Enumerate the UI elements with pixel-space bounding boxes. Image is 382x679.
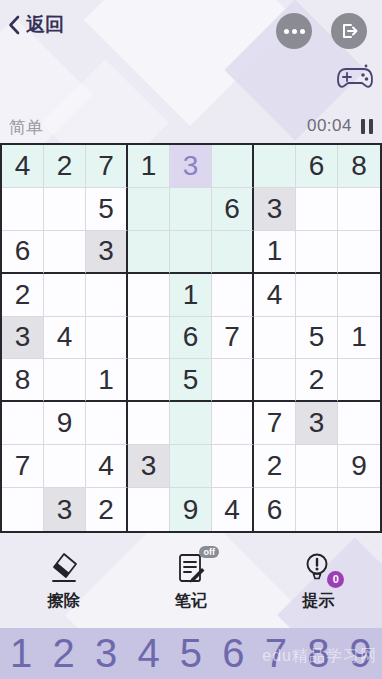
sudoku-cell-r4c1[interactable]: 2 (2, 274, 44, 317)
sudoku-cell-r5c1[interactable]: 3 (2, 317, 44, 360)
erase-button[interactable]: 擦除 (0, 533, 127, 628)
sudoku-cell-r7c6[interactable] (212, 402, 254, 445)
sudoku-cell-r2c7[interactable]: 3 (254, 188, 296, 231)
hint-button[interactable]: 0 提示 (255, 533, 382, 628)
notes-label: 笔记 (175, 591, 207, 612)
numpad-key-7[interactable]: 7 (255, 628, 297, 679)
chevron-left-icon (8, 15, 20, 35)
sudoku-cell-r3c9[interactable] (338, 231, 380, 274)
notes-button[interactable]: off 笔记 (127, 533, 254, 628)
sudoku-cell-r1c6[interactable] (212, 145, 254, 188)
sudoku-cell-r5c5[interactable]: 6 (170, 317, 212, 360)
sudoku-cell-r3c8[interactable] (296, 231, 338, 274)
sudoku-cell-r2c5[interactable] (170, 188, 212, 231)
sudoku-cell-r9c2[interactable]: 3 (44, 488, 86, 531)
back-label: 返回 (26, 12, 64, 38)
back-button[interactable]: 返回 (8, 12, 64, 38)
sudoku-cell-r2c3[interactable]: 5 (86, 188, 128, 231)
sudoku-cell-r1c7[interactable] (254, 145, 296, 188)
sudoku-cell-r2c6[interactable]: 6 (212, 188, 254, 231)
sudoku-cell-r5c3[interactable] (86, 317, 128, 360)
sudoku-cell-r5c6[interactable]: 7 (212, 317, 254, 360)
toolbar: 擦除 off 笔记 0 提示 (0, 533, 382, 628)
sudoku-cell-r1c5[interactable]: 3 (170, 145, 212, 188)
sudoku-cell-r5c8[interactable]: 5 (296, 317, 338, 360)
exit-icon (339, 21, 359, 41)
erase-label: 擦除 (48, 591, 80, 612)
sudoku-cell-r8c1[interactable]: 7 (2, 445, 44, 488)
sudoku-cell-r8c7[interactable]: 2 (254, 445, 296, 488)
sudoku-cell-r1c2[interactable]: 2 (44, 145, 86, 188)
sudoku-cell-r6c1[interactable]: 8 (2, 359, 44, 402)
sudoku-cell-r3c4[interactable] (128, 231, 170, 274)
sudoku-cell-r9c9[interactable] (338, 488, 380, 531)
gamepad-button[interactable] (336, 60, 374, 94)
sudoku-cell-r9c8[interactable] (296, 488, 338, 531)
sudoku-cell-r6c2[interactable] (44, 359, 86, 402)
sudoku-cell-r7c7[interactable]: 7 (254, 402, 296, 445)
sudoku-cell-r6c8[interactable]: 2 (296, 359, 338, 402)
sudoku-cell-r6c3[interactable]: 1 (86, 359, 128, 402)
numpad-key-1[interactable]: 1 (0, 628, 42, 679)
sudoku-cell-r7c5[interactable] (170, 402, 212, 445)
sudoku-cell-r3c7[interactable]: 1 (254, 231, 296, 274)
ellipsis-icon (284, 29, 305, 34)
number-pad: 1 2 3 4 5 6 7 8 9 (0, 628, 382, 679)
sudoku-cell-r7c8[interactable]: 3 (296, 402, 338, 445)
sudoku-cell-r2c4[interactable] (128, 188, 170, 231)
sudoku-cell-r7c4[interactable] (128, 402, 170, 445)
gamepad-icon (336, 60, 374, 94)
sudoku-cell-r7c9[interactable] (338, 402, 380, 445)
sudoku-cell-r6c4[interactable] (128, 359, 170, 402)
timer: 00:04 (307, 116, 352, 136)
sudoku-cell-r8c9[interactable]: 9 (338, 445, 380, 488)
sudoku-cell-r9c4[interactable] (128, 488, 170, 531)
sudoku-cell-r9c5[interactable]: 9 (170, 488, 212, 531)
numpad-key-5[interactable]: 5 (170, 628, 212, 679)
pause-button[interactable] (361, 118, 373, 135)
sudoku-cell-r1c3[interactable]: 7 (86, 145, 128, 188)
sudoku-cell-r8c2[interactable] (44, 445, 86, 488)
sudoku-cell-r2c8[interactable] (296, 188, 338, 231)
sudoku-cell-r3c1[interactable]: 6 (2, 231, 44, 274)
sudoku-cell-r1c1[interactable]: 4 (2, 145, 44, 188)
sudoku-cell-r6c9[interactable] (338, 359, 380, 402)
eraser-icon (47, 552, 81, 584)
sudoku-cell-r2c9[interactable] (338, 188, 380, 231)
sudoku-cell-r7c1[interactable] (2, 402, 44, 445)
sudoku-cell-r4c3[interactable] (86, 274, 128, 317)
sudoku-cell-r3c6[interactable] (212, 231, 254, 274)
numpad-key-4[interactable]: 4 (127, 628, 169, 679)
sudoku-cell-r6c7[interactable] (254, 359, 296, 402)
exit-button[interactable] (331, 13, 367, 49)
sudoku-cell-r4c2[interactable] (44, 274, 86, 317)
sudoku-cell-r4c6[interactable] (212, 274, 254, 317)
sudoku-cell-r6c5[interactable]: 5 (170, 359, 212, 402)
sudoku-cell-r4c7[interactable]: 4 (254, 274, 296, 317)
sudoku-cell-r3c2[interactable] (44, 231, 86, 274)
sudoku-cell-r4c5[interactable]: 1 (170, 274, 212, 317)
sudoku-cell-r5c4[interactable] (128, 317, 170, 360)
sudoku-cell-r5c9[interactable]: 1 (338, 317, 380, 360)
numpad-key-9[interactable]: 9 (340, 628, 382, 679)
sudoku-cell-r6c6[interactable] (212, 359, 254, 402)
sudoku-cell-r8c6[interactable] (212, 445, 254, 488)
numpad-key-3[interactable]: 3 (85, 628, 127, 679)
sudoku-cell-r8c5[interactable] (170, 445, 212, 488)
notes-off-badge: off (199, 546, 219, 558)
sudoku-cell-r4c4[interactable] (128, 274, 170, 317)
sudoku-cell-r5c7[interactable] (254, 317, 296, 360)
sudoku-cell-r5c2[interactable]: 4 (44, 317, 86, 360)
sudoku-cell-r7c2[interactable]: 9 (44, 402, 86, 445)
sudoku-cell-r7c3[interactable] (86, 402, 128, 445)
hint-count-badge: 0 (327, 571, 344, 588)
sudoku-cell-r9c7[interactable]: 6 (254, 488, 296, 531)
sudoku-grid: 427136856363121434675181529737432932946 (0, 143, 382, 533)
sudoku-cell-r9c3[interactable]: 2 (86, 488, 128, 531)
sudoku-cell-r1c4[interactable]: 1 (128, 145, 170, 188)
numpad-key-8[interactable]: 8 (297, 628, 339, 679)
sudoku-cell-r8c3[interactable]: 4 (86, 445, 128, 488)
numpad-key-6[interactable]: 6 (212, 628, 254, 679)
hint-label: 提示 (302, 591, 334, 612)
sudoku-cell-r4c9[interactable] (338, 274, 380, 317)
sudoku-cell-r8c4[interactable]: 3 (128, 445, 170, 488)
sudoku-cell-r9c6[interactable]: 4 (212, 488, 254, 531)
sudoku-cell-r1c8[interactable]: 6 (296, 145, 338, 188)
sudoku-cell-r2c2[interactable] (44, 188, 86, 231)
sudoku-cell-r3c5[interactable] (170, 231, 212, 274)
sudoku-cell-r1c9[interactable]: 8 (338, 145, 380, 188)
sudoku-cell-r2c1[interactable] (2, 188, 44, 231)
sudoku-cell-r9c1[interactable] (2, 488, 44, 531)
numpad-key-2[interactable]: 2 (42, 628, 84, 679)
sudoku-cell-r4c8[interactable] (296, 274, 338, 317)
more-options-button[interactable] (276, 13, 312, 49)
sudoku-cell-r3c3[interactable]: 3 (86, 231, 128, 274)
sudoku-cell-r8c8[interactable] (296, 445, 338, 488)
difficulty-label: 简单 (9, 116, 43, 139)
